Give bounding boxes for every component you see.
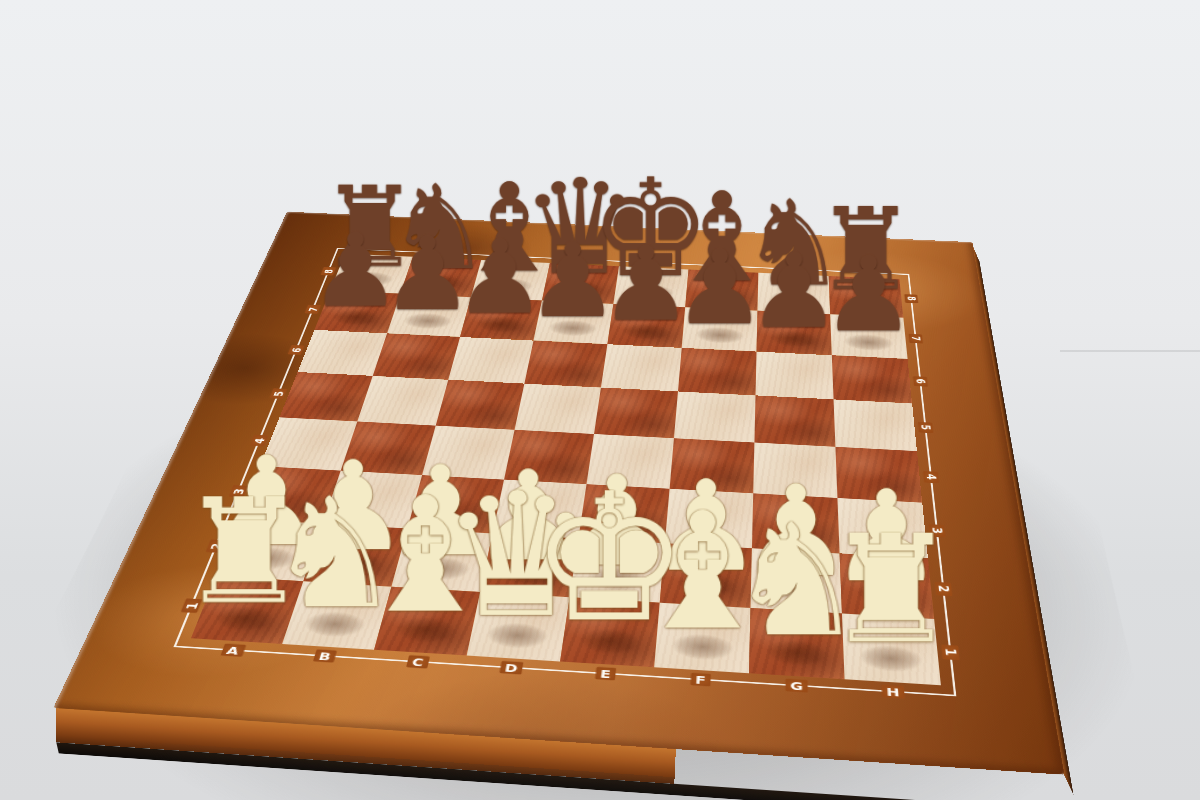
rank-label-right-8: 8 xyxy=(904,294,918,303)
rank-label-right-5: 5 xyxy=(917,422,933,433)
scene: ♜♞♝♛♚♝♞♜♟♟♟♟♟♟♟♟♟♟♟♟♟♟♟♟♜♞♝♛♚♝♞♜ ABCDEFG… xyxy=(0,0,1200,800)
chess-board: ♜♞♝♛♚♝♞♜♟♟♟♟♟♟♟♟♟♟♟♟♟♟♟♟♜♞♝♛♚♝♞♜ ABCDEFG… xyxy=(53,212,1064,775)
board-wood-border: ♜♞♝♛♚♝♞♜♟♟♟♟♟♟♟♟♟♟♟♟♟♟♟♟♜♞♝♛♚♝♞♜ ABCDEFG… xyxy=(53,212,1064,775)
product-photo-background: { "game": "chess", "position": { "fen": … xyxy=(0,0,1200,800)
rank-label-right-7: 7 xyxy=(908,334,923,344)
rank-label-right-6: 6 xyxy=(913,376,929,386)
